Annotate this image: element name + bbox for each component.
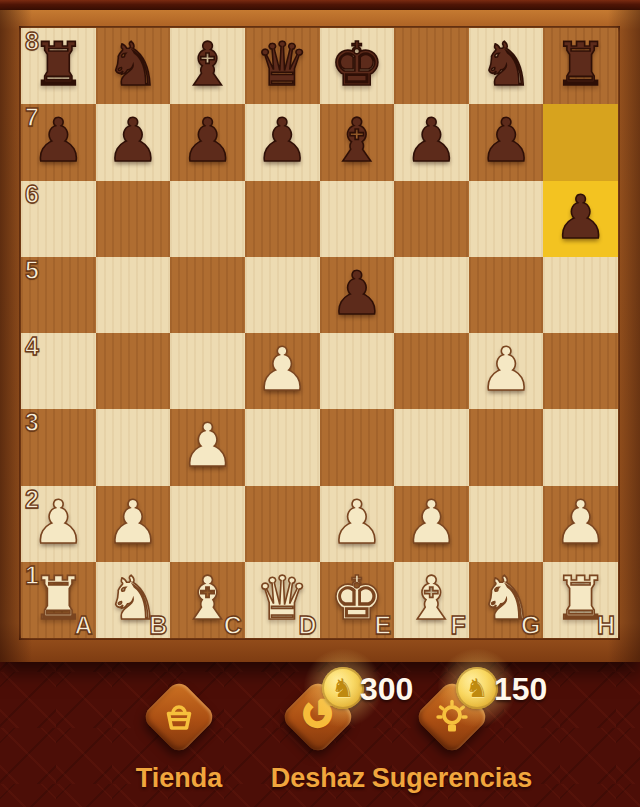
rank-label-6: 6 [25, 182, 39, 207]
black-pawn-g7[interactable]: ♟ [479, 110, 533, 170]
square-a1[interactable]: 1A♜ [21, 562, 96, 638]
shop-label: Tienda [136, 763, 223, 794]
black-knight-g8[interactable]: ♞ [479, 34, 533, 94]
square-b3[interactable] [96, 409, 171, 485]
shop-diamond [141, 679, 217, 755]
white-pawn-a2[interactable]: ♟ [31, 492, 85, 552]
file-label-H: H [597, 613, 615, 638]
white-pawn-e2[interactable]: ♟ [330, 492, 384, 552]
square-d4[interactable]: ♟ [245, 333, 320, 409]
square-h5[interactable] [543, 257, 618, 333]
undo-cost: 300 [360, 671, 413, 708]
square-a6[interactable]: 6 [21, 181, 96, 257]
square-h3[interactable] [543, 409, 618, 485]
square-d6[interactable] [245, 181, 320, 257]
square-e5[interactable]: ♟ [320, 257, 395, 333]
square-h6[interactable]: ♟ [543, 181, 618, 257]
square-f5[interactable] [394, 257, 469, 333]
square-h7[interactable] [543, 104, 618, 180]
square-g5[interactable] [469, 257, 544, 333]
rank-label-7: 7 [25, 105, 39, 130]
rank-label-1: 1 [25, 563, 39, 588]
square-c6[interactable] [170, 181, 245, 257]
rank-label-4: 4 [25, 334, 39, 359]
square-d1[interactable]: D♛ [245, 562, 320, 638]
black-pawn-h6[interactable]: ♟ [554, 187, 608, 247]
white-pawn-c3[interactable]: ♟ [181, 415, 235, 475]
square-a2[interactable]: 2♟ [21, 486, 96, 562]
square-b4[interactable] [96, 333, 171, 409]
file-label-B: B [149, 613, 167, 638]
square-b8[interactable]: ♞ [96, 28, 171, 104]
square-b6[interactable] [96, 181, 171, 257]
rank-label-2: 2 [25, 487, 39, 512]
black-pawn-d7[interactable]: ♟ [255, 110, 309, 170]
square-g1[interactable]: G♞ [469, 562, 544, 638]
file-label-C: C [224, 613, 242, 638]
square-g6[interactable] [469, 181, 544, 257]
knight-coin-icon: ♞ [456, 667, 498, 709]
square-c2[interactable] [170, 486, 245, 562]
top-band [0, 0, 640, 10]
square-a7[interactable]: 7♟ [21, 104, 96, 180]
square-c4[interactable] [170, 333, 245, 409]
file-label-D: D [298, 613, 316, 638]
square-e4[interactable] [320, 333, 395, 409]
square-a8[interactable]: 8♜ [21, 28, 96, 104]
square-h1[interactable]: H♜ [543, 562, 618, 638]
file-label-F: F [450, 613, 465, 638]
square-f7[interactable]: ♟ [394, 104, 469, 180]
rank-label-8: 8 [25, 29, 39, 54]
square-d7[interactable]: ♟ [245, 104, 320, 180]
square-f3[interactable] [394, 409, 469, 485]
square-e1[interactable]: E♚ [320, 562, 395, 638]
square-h8[interactable]: ♜ [543, 28, 618, 104]
chess-board: 8♜♞♝♛♚♞♜7♟♟♟♟♝♟♟6♟5♟4♟♟3♟2♟♟♟♟♟1A♜B♞C♝D♛… [21, 28, 618, 638]
white-pawn-f2[interactable]: ♟ [405, 492, 459, 552]
black-rook-h8[interactable]: ♜ [554, 34, 608, 94]
file-label-G: G [521, 613, 540, 638]
black-pawn-e5[interactable]: ♟ [330, 263, 384, 323]
square-e2[interactable]: ♟ [320, 486, 395, 562]
square-c8[interactable]: ♝ [170, 28, 245, 104]
black-rook-a8[interactable]: ♜ [31, 34, 85, 94]
black-pawn-c7[interactable]: ♟ [181, 110, 235, 170]
square-f6[interactable] [394, 181, 469, 257]
square-b2[interactable]: ♟ [96, 486, 171, 562]
white-pawn-d4[interactable]: ♟ [255, 339, 309, 399]
square-a4[interactable]: 4 [21, 333, 96, 409]
black-knight-b8[interactable]: ♞ [106, 34, 160, 94]
white-pawn-b2[interactable]: ♟ [106, 492, 160, 552]
square-f1[interactable]: F♝ [394, 562, 469, 638]
black-pawn-b7[interactable]: ♟ [106, 110, 160, 170]
shop-button[interactable]: Tienda [141, 679, 217, 755]
square-e3[interactable] [320, 409, 395, 485]
black-pawn-a7[interactable]: ♟ [31, 110, 85, 170]
square-g2[interactable] [469, 486, 544, 562]
square-e6[interactable] [320, 181, 395, 257]
chess-app-screen: { "game": "chess", "position": { "fen": … [0, 0, 640, 807]
square-f8[interactable] [394, 28, 469, 104]
square-b7[interactable]: ♟ [96, 104, 171, 180]
knight-coin-icon: ♞ [322, 667, 364, 709]
hints-button[interactable]: ♞ 150 Sugerencias [414, 679, 490, 755]
rank-label-3: 3 [25, 410, 39, 435]
undo-button[interactable]: ↺ ♞ 300 Deshaz [280, 679, 356, 755]
square-a5[interactable]: 5 [21, 257, 96, 333]
square-g8[interactable]: ♞ [469, 28, 544, 104]
square-c1[interactable]: C♝ [170, 562, 245, 638]
black-king-e8[interactable]: ♚ [330, 34, 384, 94]
rank-label-5: 5 [25, 258, 39, 283]
square-d2[interactable] [245, 486, 320, 562]
square-e8[interactable]: ♚ [320, 28, 395, 104]
square-c3[interactable]: ♟ [170, 409, 245, 485]
square-a3[interactable]: 3 [21, 409, 96, 485]
black-bishop-c8[interactable]: ♝ [181, 34, 235, 94]
undo-label: Deshaz [271, 763, 366, 794]
white-pawn-h2[interactable]: ♟ [554, 492, 608, 552]
square-e7[interactable]: ♝ [320, 104, 395, 180]
square-g7[interactable]: ♟ [469, 104, 544, 180]
black-bishop-e7[interactable]: ♝ [330, 110, 384, 170]
square-b1[interactable]: B♞ [96, 562, 171, 638]
square-g4[interactable]: ♟ [469, 333, 544, 409]
square-h2[interactable]: ♟ [543, 486, 618, 562]
square-g3[interactable] [469, 409, 544, 485]
square-h4[interactable] [543, 333, 618, 409]
hints-cost: 150 [494, 671, 547, 708]
file-label-A: A [75, 613, 93, 638]
square-f4[interactable] [394, 333, 469, 409]
square-d3[interactable] [245, 409, 320, 485]
square-c7[interactable]: ♟ [170, 104, 245, 180]
file-label-E: E [374, 613, 391, 638]
hints-label: Sugerencias [372, 763, 533, 794]
square-b5[interactable] [96, 257, 171, 333]
square-c5[interactable] [170, 257, 245, 333]
square-f2[interactable]: ♟ [394, 486, 469, 562]
white-pawn-g4[interactable]: ♟ [479, 339, 533, 399]
black-queen-d8[interactable]: ♛ [255, 34, 309, 94]
black-pawn-f7[interactable]: ♟ [405, 110, 459, 170]
basket-icon [152, 690, 206, 744]
square-d8[interactable]: ♛ [245, 28, 320, 104]
square-d5[interactable] [245, 257, 320, 333]
